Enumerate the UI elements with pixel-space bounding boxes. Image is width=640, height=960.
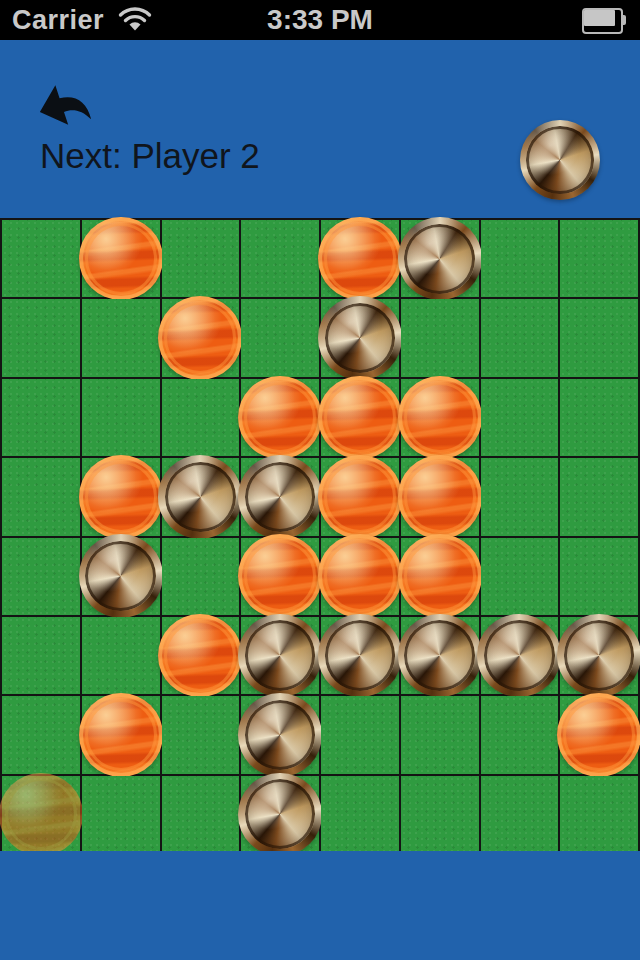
brown-disc xyxy=(158,455,242,539)
board-cell-r1c8[interactable] xyxy=(560,220,638,297)
disc-inner xyxy=(324,461,396,533)
board-cell-r5c1[interactable] xyxy=(2,538,80,615)
board-cell-r1c3[interactable] xyxy=(162,220,240,297)
board-cell-r1c1[interactable] xyxy=(2,220,80,297)
disc-inner xyxy=(85,699,157,771)
board-cell-r4c6[interactable] xyxy=(401,458,479,535)
disc-inner xyxy=(404,620,475,690)
brown-disc xyxy=(557,614,640,698)
board-cell-r8c6[interactable] xyxy=(401,776,479,853)
disc-inner xyxy=(244,540,316,612)
status-bar: Carrier 3:33 PM xyxy=(0,0,640,40)
disc-inner xyxy=(404,540,476,612)
brown-disc xyxy=(520,120,600,200)
orange-disc xyxy=(318,376,402,460)
disc-inner xyxy=(5,778,77,850)
orange-disc xyxy=(318,534,402,618)
board-cell-r8c5[interactable] xyxy=(321,776,399,853)
board-cell-r6c2[interactable] xyxy=(82,617,160,694)
board-cell-r1c2[interactable] xyxy=(82,220,160,297)
disc-inner xyxy=(245,779,316,849)
board-cell-r7c3[interactable] xyxy=(162,696,240,773)
disc-inner xyxy=(244,382,316,454)
board-cell-r7c7[interactable] xyxy=(481,696,559,773)
board-cell-r5c7[interactable] xyxy=(481,538,559,615)
board-cell-r1c4[interactable] xyxy=(241,220,319,297)
board-cell-r2c5[interactable] xyxy=(321,299,399,376)
board-cell-r5c4[interactable] xyxy=(241,538,319,615)
orange-disc xyxy=(398,455,482,539)
orange-disc xyxy=(158,614,242,698)
brown-disc xyxy=(238,693,322,777)
board-cell-r7c4[interactable] xyxy=(241,696,319,773)
clock-label: 3:33 PM xyxy=(0,4,640,36)
orange-disc xyxy=(79,455,163,539)
board-cell-r2c1[interactable] xyxy=(2,299,80,376)
board-cell-r2c4[interactable] xyxy=(241,299,319,376)
header: Next: Player 2 xyxy=(0,40,640,218)
footer-strip xyxy=(0,851,640,960)
disc-inner xyxy=(245,620,316,690)
board-cell-r3c1[interactable] xyxy=(2,379,80,456)
board-cell-r4c4[interactable] xyxy=(241,458,319,535)
orange-disc xyxy=(238,376,322,460)
board-cell-r2c2[interactable] xyxy=(82,299,160,376)
board-cell-r4c8[interactable] xyxy=(560,458,638,535)
disc-inner xyxy=(85,223,157,295)
orange-disc xyxy=(79,217,163,301)
board-cell-r6c6[interactable] xyxy=(401,617,479,694)
brown-disc xyxy=(398,217,482,301)
disc-inner xyxy=(164,302,236,374)
board-cell-r6c5[interactable] xyxy=(321,617,399,694)
board-cell-r1c6[interactable] xyxy=(401,220,479,297)
board-cell-r4c1[interactable] xyxy=(2,458,80,535)
orange-disc xyxy=(398,376,482,460)
orange-disc xyxy=(318,455,402,539)
board-cell-r8c3[interactable] xyxy=(162,776,240,853)
disc-inner xyxy=(164,620,236,692)
board-cell-r7c1[interactable] xyxy=(2,696,80,773)
board-cell-r3c5[interactable] xyxy=(321,379,399,456)
board-cell-r7c8[interactable] xyxy=(560,696,638,773)
board-cell-r3c4[interactable] xyxy=(241,379,319,456)
board-cell-r7c6[interactable] xyxy=(401,696,479,773)
disc-inner xyxy=(85,541,156,611)
brown-disc xyxy=(238,773,322,857)
board-cell-r8c4[interactable] xyxy=(241,776,319,853)
board-cell-r5c3[interactable] xyxy=(162,538,240,615)
disc-inner xyxy=(324,382,396,454)
board-cell-r1c7[interactable] xyxy=(481,220,559,297)
board-cell-r8c8[interactable] xyxy=(560,776,638,853)
disc-inner xyxy=(165,462,236,532)
board-cell-r5c6[interactable] xyxy=(401,538,479,615)
next-player-disc xyxy=(520,120,600,200)
board-cell-r3c7[interactable] xyxy=(481,379,559,456)
orange-disc xyxy=(238,534,322,618)
board-cell-r3c8[interactable] xyxy=(560,379,638,456)
board-cell-r6c4[interactable] xyxy=(241,617,319,694)
brown-disc xyxy=(79,534,163,618)
board-cell-r4c3[interactable] xyxy=(162,458,240,535)
back-button[interactable] xyxy=(34,74,96,140)
brown-disc xyxy=(238,614,322,698)
board-cell-r7c2[interactable] xyxy=(82,696,160,773)
disc-inner xyxy=(484,620,555,690)
orange-disc xyxy=(158,296,242,380)
board-cell-r2c8[interactable] xyxy=(560,299,638,376)
disc-inner xyxy=(85,461,157,533)
board-cell-r8c2[interactable] xyxy=(82,776,160,853)
board-cell-r8c1[interactable] xyxy=(2,776,80,853)
next-player-label: Next: Player 2 xyxy=(40,136,260,176)
battery-icon xyxy=(582,8,626,32)
board-cell-r4c5[interactable] xyxy=(321,458,399,535)
disc-inner xyxy=(404,461,476,533)
board-cell-r6c1[interactable] xyxy=(2,617,80,694)
disc-inner xyxy=(325,303,396,373)
board-cell-r7c5[interactable] xyxy=(321,696,399,773)
board-cell-r4c2[interactable] xyxy=(82,458,160,535)
disc-inner xyxy=(325,620,396,690)
board-cell-r5c2[interactable] xyxy=(82,538,160,615)
board-cell-r3c6[interactable] xyxy=(401,379,479,456)
board-cell-r2c7[interactable] xyxy=(481,299,559,376)
app-screen: Carrier 3:33 PM Next: Player 2 xyxy=(0,0,640,960)
brown-disc xyxy=(477,614,561,698)
orange-disc xyxy=(79,693,163,777)
brown-disc xyxy=(318,614,402,698)
board-cell-r6c8[interactable] xyxy=(560,617,638,694)
board-cell-r6c3[interactable] xyxy=(162,617,240,694)
orange-disc xyxy=(557,693,640,777)
board-cell-r5c5[interactable] xyxy=(321,538,399,615)
brown-disc xyxy=(238,455,322,539)
disc-inner xyxy=(324,540,396,612)
board-cell-r8c7[interactable] xyxy=(481,776,559,853)
board-cell-r3c3[interactable] xyxy=(162,379,240,456)
disc-inner xyxy=(404,224,475,294)
disc-inner xyxy=(324,223,396,295)
board-cell-r2c6[interactable] xyxy=(401,299,479,376)
disc-inner xyxy=(245,462,316,532)
disc-inner xyxy=(526,126,593,193)
disc-inner xyxy=(563,699,635,771)
board-cell-r2c3[interactable] xyxy=(162,299,240,376)
board-cell-r6c7[interactable] xyxy=(481,617,559,694)
disc-inner xyxy=(245,700,316,770)
board-cell-r4c7[interactable] xyxy=(481,458,559,535)
ghost-orange-disc xyxy=(0,773,83,857)
board-cell-r3c2[interactable] xyxy=(82,379,160,456)
disc-inner xyxy=(564,620,635,690)
board xyxy=(0,218,640,855)
board-cell-r1c5[interactable] xyxy=(321,220,399,297)
brown-disc xyxy=(398,614,482,698)
brown-disc xyxy=(318,296,402,380)
orange-disc xyxy=(318,217,402,301)
board-cell-r5c8[interactable] xyxy=(560,538,638,615)
orange-disc xyxy=(398,534,482,618)
disc-inner xyxy=(404,382,476,454)
